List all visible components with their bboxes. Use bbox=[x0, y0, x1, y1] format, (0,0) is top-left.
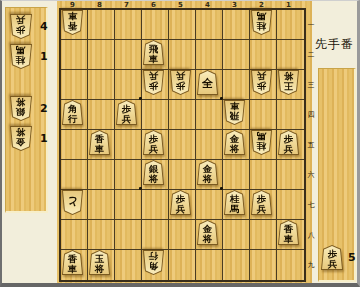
shogi-piece-gote[interactable]: 銀将 bbox=[10, 96, 32, 121]
board-cell[interactable] bbox=[142, 160, 169, 190]
board-cell[interactable] bbox=[277, 220, 304, 250]
board-cell[interactable] bbox=[250, 130, 277, 160]
board-cell[interactable] bbox=[277, 70, 304, 100]
board-cell[interactable] bbox=[115, 40, 142, 70]
board-cell[interactable] bbox=[196, 40, 223, 70]
board-cell[interactable] bbox=[115, 70, 142, 100]
board-cell[interactable] bbox=[61, 160, 88, 190]
board-cell[interactable] bbox=[61, 100, 88, 130]
board-cell[interactable] bbox=[115, 100, 142, 130]
board-cell[interactable] bbox=[169, 10, 196, 40]
piece-kanji: 金将 bbox=[10, 126, 32, 151]
board-cell[interactable] bbox=[169, 40, 196, 70]
hand-entry: 歩兵5 bbox=[321, 245, 343, 270]
turn-indicator-label: 先手番 bbox=[315, 36, 360, 53]
board-cell[interactable] bbox=[169, 220, 196, 250]
board-cell[interactable] bbox=[115, 160, 142, 190]
rank-label: 九 bbox=[306, 250, 316, 280]
board-cell[interactable] bbox=[142, 250, 169, 280]
board-cell[interactable] bbox=[142, 130, 169, 160]
shogi-board-panel: 987654321 一二三四五六七八九 香車桂馬飛車歩兵歩兵全歩兵王将角行歩兵飛… bbox=[57, 1, 312, 283]
board-cell[interactable] bbox=[142, 190, 169, 220]
board-cell[interactable] bbox=[196, 130, 223, 160]
hand-count: 1 bbox=[40, 126, 48, 151]
board-cell[interactable] bbox=[61, 220, 88, 250]
board-cell[interactable] bbox=[169, 190, 196, 220]
board-cell[interactable] bbox=[88, 130, 115, 160]
board-cell[interactable] bbox=[196, 220, 223, 250]
board-cell[interactable] bbox=[115, 190, 142, 220]
board-cell[interactable] bbox=[61, 10, 88, 40]
board-cell[interactable] bbox=[277, 190, 304, 220]
board-cell[interactable] bbox=[196, 70, 223, 100]
sente-hand-tray: 歩兵5 bbox=[318, 68, 356, 282]
board-cell[interactable] bbox=[277, 40, 304, 70]
board-cell[interactable] bbox=[61, 190, 88, 220]
board-cell[interactable] bbox=[223, 100, 250, 130]
rank-label: 三 bbox=[306, 70, 316, 100]
piece-kanji: 歩兵 bbox=[10, 14, 32, 39]
board-cell[interactable] bbox=[223, 40, 250, 70]
rank-label: 八 bbox=[306, 220, 316, 250]
hand-count: 4 bbox=[40, 14, 48, 39]
board-cell[interactable] bbox=[115, 10, 142, 40]
board-cell[interactable] bbox=[277, 160, 304, 190]
piece-kanji: 銀将 bbox=[10, 96, 32, 121]
board-cell[interactable] bbox=[88, 250, 115, 280]
board-cell[interactable] bbox=[250, 70, 277, 100]
shogi-piece-sente[interactable]: 歩兵 bbox=[321, 245, 343, 270]
board-cell[interactable] bbox=[88, 160, 115, 190]
board-cell[interactable] bbox=[61, 130, 88, 160]
board-cell[interactable] bbox=[169, 160, 196, 190]
rank-label: 四 bbox=[306, 100, 316, 130]
board-cell[interactable] bbox=[142, 220, 169, 250]
board-cell[interactable] bbox=[142, 10, 169, 40]
board-cell[interactable] bbox=[115, 250, 142, 280]
shogi-app-window: 987654321 一二三四五六七八九 香車桂馬飛車歩兵歩兵全歩兵王将角行歩兵飛… bbox=[0, 0, 360, 287]
board-cell[interactable] bbox=[196, 160, 223, 190]
board-cell[interactable] bbox=[277, 100, 304, 130]
board-cell[interactable] bbox=[88, 100, 115, 130]
board-cell[interactable] bbox=[169, 130, 196, 160]
board-cell[interactable] bbox=[169, 250, 196, 280]
hand-count: 5 bbox=[348, 245, 356, 270]
board-cell[interactable] bbox=[223, 10, 250, 40]
board-cell[interactable] bbox=[223, 250, 250, 280]
board-cell[interactable] bbox=[88, 10, 115, 40]
board-cell[interactable] bbox=[196, 10, 223, 40]
board-cell[interactable] bbox=[196, 100, 223, 130]
rank-label: 五 bbox=[306, 130, 316, 160]
board-cell[interactable] bbox=[115, 220, 142, 250]
board-cell[interactable] bbox=[250, 40, 277, 70]
shogi-piece-gote[interactable]: 桂馬 bbox=[10, 44, 32, 69]
board-cell[interactable] bbox=[223, 190, 250, 220]
piece-kanji: 歩兵 bbox=[321, 245, 343, 270]
board-cell[interactable] bbox=[223, 70, 250, 100]
hand-entry: 銀将2 bbox=[10, 96, 32, 121]
hand-entry: 歩兵4 bbox=[10, 14, 32, 39]
shogi-piece-gote[interactable]: 金将 bbox=[10, 126, 32, 151]
board-cell[interactable] bbox=[61, 250, 88, 280]
board-cell[interactable] bbox=[250, 220, 277, 250]
board-cell[interactable] bbox=[196, 190, 223, 220]
board-cell[interactable] bbox=[88, 220, 115, 250]
shogi-piece-gote[interactable]: 歩兵 bbox=[10, 14, 32, 39]
rank-label: 六 bbox=[306, 160, 316, 190]
board-cell[interactable] bbox=[169, 70, 196, 100]
board-cell[interactable] bbox=[223, 160, 250, 190]
hand-count: 1 bbox=[40, 44, 48, 69]
board-cell[interactable] bbox=[277, 130, 304, 160]
board-cell[interactable] bbox=[169, 100, 196, 130]
board-cell[interactable] bbox=[250, 160, 277, 190]
board-cell[interactable] bbox=[142, 40, 169, 70]
board-cell[interactable] bbox=[196, 250, 223, 280]
board-cell[interactable] bbox=[61, 40, 88, 70]
board-cell[interactable] bbox=[142, 100, 169, 130]
board-cell[interactable] bbox=[142, 70, 169, 100]
board-cell[interactable] bbox=[277, 10, 304, 40]
piece-kanji: 桂馬 bbox=[10, 44, 32, 69]
board-cell[interactable] bbox=[277, 250, 304, 280]
board-cell[interactable] bbox=[250, 10, 277, 40]
rank-label: 七 bbox=[306, 190, 316, 220]
board-cell[interactable] bbox=[250, 250, 277, 280]
board-cell[interactable] bbox=[223, 220, 250, 250]
board-cell[interactable] bbox=[223, 130, 250, 160]
hand-count: 2 bbox=[40, 96, 48, 121]
hand-entry: 桂馬1 bbox=[10, 44, 32, 69]
hand-entry: 金将1 bbox=[10, 126, 32, 151]
board-cell[interactable] bbox=[88, 190, 115, 220]
shogi-board bbox=[59, 8, 306, 282]
gote-hand-tray: 歩兵4桂馬1銀将2金将1 bbox=[5, 7, 48, 213]
board-cell[interactable] bbox=[250, 190, 277, 220]
board-cell[interactable] bbox=[88, 40, 115, 70]
board-cell[interactable] bbox=[88, 70, 115, 100]
board-cell[interactable] bbox=[61, 70, 88, 100]
board-cell[interactable] bbox=[250, 100, 277, 130]
board-cell[interactable] bbox=[115, 130, 142, 160]
